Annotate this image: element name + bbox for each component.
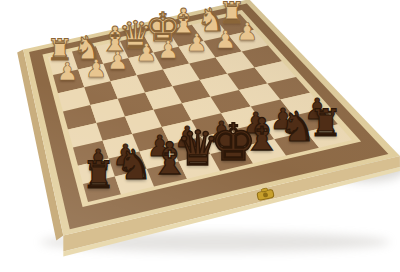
- chess-set-scene: ♜♞♝♛♚♝♞♜♟♟♟♟♟♟♟♟♟♟♟♟♟♟♟♟♜♞♝♛♚♝♞♜: [0, 0, 400, 272]
- piece-white-pawn[interactable]: ♟: [229, 20, 266, 44]
- pieces-layer: ♜♞♝♛♚♝♞♜♟♟♟♟♟♟♟♟♟♟♟♟♟♟♟♟♜♞♝♛♚♝♞♜: [0, 0, 400, 272]
- piece-black-rook[interactable]: ♜: [298, 105, 355, 143]
